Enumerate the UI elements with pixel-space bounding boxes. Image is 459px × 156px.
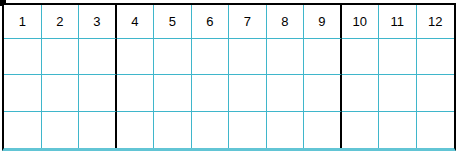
cell-r1c12[interactable]: 12 (417, 5, 455, 39)
cell-r1c4[interactable]: 4 (117, 5, 155, 39)
worksheet-board: 123456789101112 (2, 3, 456, 151)
page-background: { "game": "number-grid-worksheet", "desc… (0, 0, 459, 156)
cell-r3c5[interactable] (154, 75, 192, 111)
cell-r1c9[interactable]: 9 (304, 5, 342, 39)
cell-r3c3[interactable] (79, 75, 117, 111)
cell-r4c8[interactable] (267, 112, 305, 148)
cell-r4c7[interactable] (229, 112, 267, 148)
cell-r4c6[interactable] (192, 112, 230, 148)
cell-r2c9[interactable] (304, 39, 342, 75)
cell-r3c9[interactable] (304, 75, 342, 111)
cell-r3c7[interactable] (229, 75, 267, 111)
number-grid: 123456789101112 (4, 5, 454, 148)
cell-r1c10[interactable]: 10 (342, 5, 380, 39)
cell-r3c2[interactable] (42, 75, 80, 111)
cell-r1c5[interactable]: 5 (154, 5, 192, 39)
cell-r2c12[interactable] (417, 39, 455, 75)
cell-r4c1[interactable] (4, 112, 42, 148)
cell-r3c6[interactable] (192, 75, 230, 111)
cell-r2c10[interactable] (342, 39, 380, 75)
cell-r4c4[interactable] (117, 112, 155, 148)
cell-r2c2[interactable] (42, 39, 80, 75)
cell-r4c3[interactable] (79, 112, 117, 148)
cell-r3c12[interactable] (417, 75, 455, 111)
cell-r4c5[interactable] (154, 112, 192, 148)
cell-r1c7[interactable]: 7 (229, 5, 267, 39)
cell-r2c4[interactable] (117, 39, 155, 75)
cell-r2c1[interactable] (4, 39, 42, 75)
cell-r2c5[interactable] (154, 39, 192, 75)
cell-r3c4[interactable] (117, 75, 155, 111)
cell-r1c1[interactable]: 1 (4, 5, 42, 39)
cell-r1c8[interactable]: 8 (267, 5, 305, 39)
cell-r1c6[interactable]: 6 (192, 5, 230, 39)
cell-r4c12[interactable] (417, 112, 455, 148)
cell-r1c11[interactable]: 11 (379, 5, 417, 39)
cell-r3c1[interactable] (4, 75, 42, 111)
cell-r3c10[interactable] (342, 75, 380, 111)
cell-r2c11[interactable] (379, 39, 417, 75)
cell-r1c3[interactable]: 3 (79, 5, 117, 39)
cell-r2c6[interactable] (192, 39, 230, 75)
cell-r4c2[interactable] (42, 112, 80, 148)
cell-r1c2[interactable]: 2 (42, 5, 80, 39)
cell-r2c8[interactable] (267, 39, 305, 75)
cell-r2c3[interactable] (79, 39, 117, 75)
cell-r2c7[interactable] (229, 39, 267, 75)
cell-r4c11[interactable] (379, 112, 417, 148)
cell-r4c10[interactable] (342, 112, 380, 148)
cell-r3c8[interactable] (267, 75, 305, 111)
cell-r4c9[interactable] (304, 112, 342, 148)
cell-r3c11[interactable] (379, 75, 417, 111)
